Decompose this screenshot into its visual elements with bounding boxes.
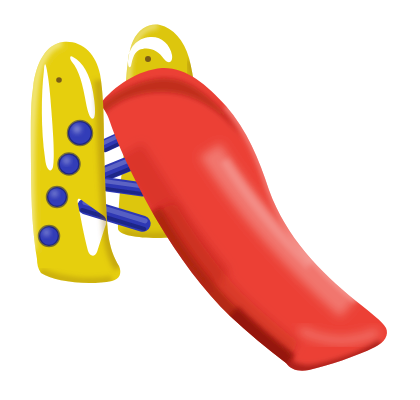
knob-3-highlight: [51, 190, 58, 197]
photo-canvas: [0, 0, 420, 400]
knob-4-cap: [39, 226, 59, 246]
knob-2-cap: [59, 154, 80, 175]
back-rail-screw: [145, 56, 151, 62]
product-image: [0, 0, 420, 400]
knob-1-cap: [68, 121, 92, 145]
knob-3-cap: [47, 187, 67, 207]
knob-2-highlight: [63, 157, 70, 164]
knob-3: [47, 187, 67, 207]
knob-1-highlight: [73, 125, 81, 133]
front-rail-screw: [56, 77, 62, 83]
knob-2: [59, 154, 80, 175]
knob-1: [68, 121, 92, 145]
knob-4: [39, 226, 59, 246]
knob-4-highlight: [43, 229, 50, 236]
